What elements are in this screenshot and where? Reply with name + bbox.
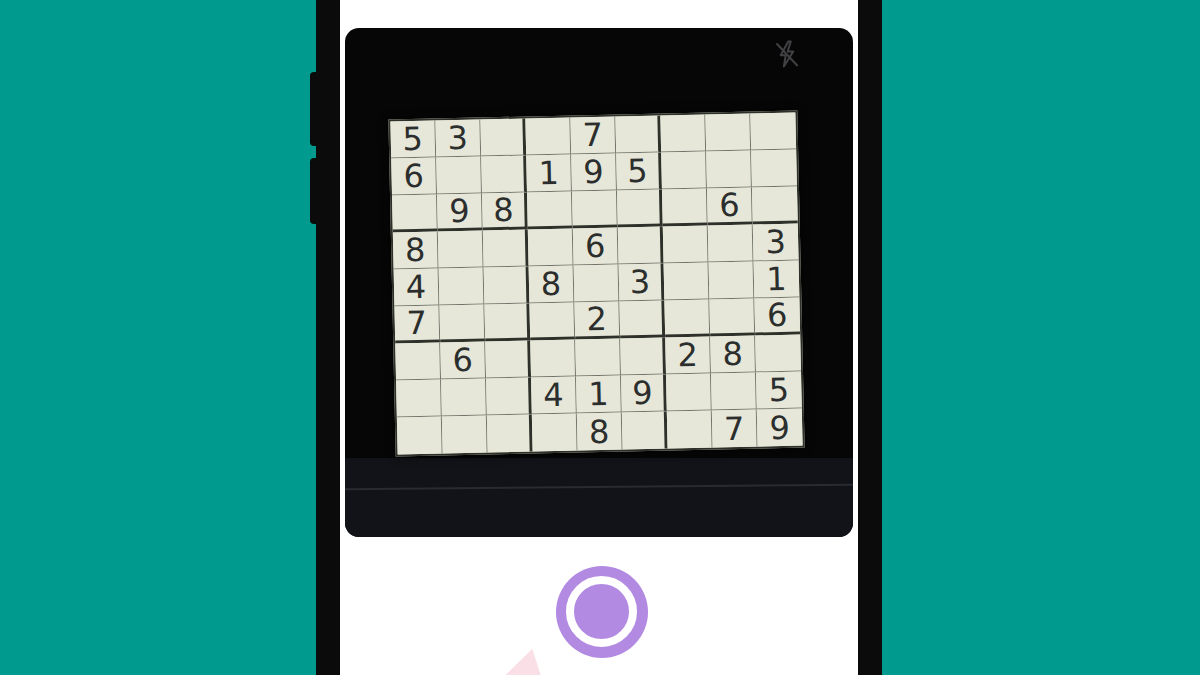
sudoku-cell	[709, 299, 755, 337]
sudoku-cell: 5	[756, 372, 802, 410]
sudoku-cell	[396, 379, 442, 417]
sudoku-cell	[532, 413, 578, 451]
sudoku-cell	[666, 374, 712, 412]
shutter-button[interactable]	[556, 566, 648, 658]
sudoku-cell: 8	[393, 231, 439, 269]
sudoku-cell: 9	[437, 193, 483, 231]
sudoku-cell: 3	[619, 264, 665, 302]
sudoku-cell: 1	[526, 155, 572, 193]
sudoku-cell	[615, 116, 661, 154]
sudoku-cell	[622, 411, 668, 449]
sudoku-cell: 2	[574, 302, 620, 340]
sudoku-cell: 9	[571, 154, 617, 192]
sudoku-cell: 2	[665, 337, 711, 375]
sudoku-cell: 1	[576, 375, 622, 413]
sudoku-cell	[711, 373, 757, 411]
sudoku-cell: 6	[440, 341, 486, 379]
sudoku-cell	[620, 338, 666, 376]
sudoku-cell: 6	[754, 298, 800, 336]
sudoku-cell	[619, 301, 665, 339]
sudoku-cell	[442, 415, 488, 453]
sudoku-cell	[667, 411, 713, 449]
sudoku-cell	[438, 230, 484, 268]
sudoku-cell	[661, 152, 707, 190]
sudoku-cell	[662, 189, 708, 227]
sudoku-cell: 6	[573, 228, 619, 266]
sudoku-cell: 4	[531, 376, 577, 414]
sudoku-cell	[527, 192, 573, 230]
sudoku-cell	[439, 304, 485, 342]
sudoku-cell	[486, 377, 532, 415]
sudoku-cell	[709, 262, 755, 300]
sudoku-cell	[617, 190, 663, 228]
sudoku-cell: 3	[435, 119, 481, 157]
sudoku-cell: 8	[710, 336, 756, 374]
sudoku-grid-photo: 537619598686348317266284195879	[388, 111, 804, 457]
sudoku-cell	[750, 113, 796, 151]
camera-viewfinder: 537619598686348317266284195879	[345, 28, 853, 537]
flash-button[interactable]	[769, 36, 805, 72]
sudoku-cell	[439, 267, 485, 305]
sudoku-cell	[441, 378, 487, 416]
sudoku-cell	[752, 187, 798, 225]
sudoku-cell	[481, 156, 527, 194]
sudoku-cell	[480, 119, 526, 157]
sudoku-cell: 1	[754, 261, 800, 299]
sudoku-cell	[618, 227, 664, 265]
sudoku-cell: 9	[757, 409, 803, 447]
flash-off-icon	[772, 39, 802, 69]
sudoku-cell	[525, 118, 571, 156]
page-background: { "game": "sudoku", "screen": "camera-ca…	[0, 0, 1200, 675]
sudoku-cell	[708, 225, 754, 263]
sudoku-cell	[705, 114, 751, 152]
sudoku-cell: 7	[394, 305, 440, 343]
sudoku-cell: 6	[707, 188, 753, 226]
shutter-icon	[566, 576, 637, 647]
sudoku-cell: 4	[394, 268, 440, 306]
sudoku-cell	[395, 342, 441, 380]
sudoku-cell	[483, 229, 529, 267]
sudoku-cell	[663, 226, 709, 264]
sudoku-cell	[487, 414, 533, 452]
sudoku-cell: 7	[570, 117, 616, 155]
sudoku-cell	[575, 338, 621, 376]
sudoku-cell: 6	[391, 157, 437, 195]
sudoku-cell: 8	[482, 192, 528, 230]
sudoku-cell	[664, 300, 710, 338]
sudoku-cell	[392, 194, 438, 232]
sudoku-cell: 5	[390, 120, 436, 158]
sudoku-cell	[529, 302, 575, 340]
sudoku-cell	[484, 303, 530, 341]
sudoku-cell: 7	[712, 410, 758, 448]
sudoku-cell: 9	[621, 375, 667, 413]
sudoku-cell	[706, 151, 752, 189]
sudoku-cell: 8	[577, 412, 623, 450]
sudoku-cell	[485, 340, 531, 378]
sudoku-cell	[755, 335, 801, 373]
photographed-screen-bezel	[345, 458, 853, 537]
sudoku-cell	[664, 263, 710, 301]
sudoku-cell	[436, 156, 482, 194]
sudoku-cell	[572, 191, 618, 229]
sudoku-cell	[484, 266, 530, 304]
sudoku-cell	[530, 339, 576, 377]
sudoku-cell	[528, 229, 574, 267]
sudoku-cell: 8	[529, 265, 575, 303]
sudoku-cell	[397, 416, 443, 454]
sudoku-cell	[660, 115, 706, 153]
sudoku-cell: 5	[616, 153, 662, 191]
sudoku-cell	[751, 150, 797, 188]
sudoku-cell	[574, 265, 620, 303]
sudoku-cell: 3	[753, 224, 799, 262]
